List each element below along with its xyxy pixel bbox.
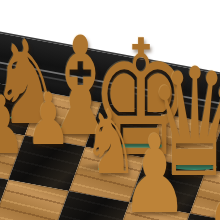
pawn-piece-glyph: ♟ [209, 167, 220, 220]
piece-pawn-right: ♟ [106, 121, 203, 220]
piece-pawn-far-right: ♟ [200, 167, 220, 220]
piece-pawn-far-left: ♟ [0, 86, 37, 166]
pawn-piece-glyph: ♟ [0, 86, 26, 166]
pieces-layer: ♟♞♝♟♚♞♛♟♟ [0, 0, 220, 220]
pawn-piece-glyph: ♟ [121, 121, 189, 220]
chess-set-photo: ♟♞♝♟♚♞♛♟♟ [0, 0, 220, 220]
